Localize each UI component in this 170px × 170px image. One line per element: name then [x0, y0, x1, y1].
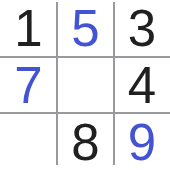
cell-r1c3[interactable]: 3 — [114, 0, 170, 57]
grid-line-vertical-1 — [56, 2, 58, 165]
grid-line-vertical-2 — [113, 2, 115, 165]
cell-r1c1[interactable]: 1 — [0, 0, 57, 57]
cell-r2c3[interactable]: 4 — [114, 57, 170, 114]
cell-grid: 1 5 3 7 4 8 9 — [0, 0, 170, 170]
grid-line-horizontal-1 — [0, 56, 170, 58]
cell-r1c2[interactable]: 5 — [57, 0, 114, 57]
cell-r3c1[interactable] — [0, 114, 57, 170]
cell-r2c1[interactable]: 7 — [0, 57, 57, 114]
cell-r3c2[interactable]: 8 — [57, 114, 114, 170]
cell-r2c2[interactable] — [57, 57, 114, 114]
grid-line-horizontal-2 — [0, 112, 170, 114]
sudoku-board: 1 5 3 7 4 8 9 — [0, 0, 170, 170]
cell-r3c3[interactable]: 9 — [114, 114, 170, 170]
